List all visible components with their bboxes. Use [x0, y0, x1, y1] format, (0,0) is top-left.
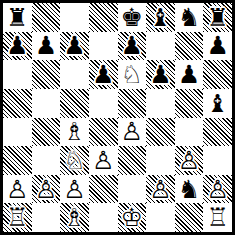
piece-white-rook-h1: ♖	[206, 205, 228, 230]
square-e4[interactable]: ♙	[118, 118, 147, 147]
square-e7[interactable]: ♟	[118, 32, 147, 61]
square-a8[interactable]: ♜	[3, 3, 32, 32]
piece-black-king-e8: ♚	[121, 5, 143, 30]
square-a5[interactable]	[3, 89, 32, 118]
piece-white-pawn-e4: ♙	[121, 119, 143, 144]
piece-black-pawn-e7: ♟	[121, 33, 143, 58]
square-a6[interactable]	[3, 60, 32, 89]
square-b5[interactable]	[32, 89, 61, 118]
square-b7[interactable]: ♟	[32, 32, 61, 61]
piece-white-pawn-d3: ♙	[92, 148, 114, 173]
square-b1[interactable]	[32, 203, 61, 232]
square-b3[interactable]	[32, 146, 61, 175]
square-f7[interactable]	[146, 32, 175, 61]
square-b2[interactable]: ♙	[32, 175, 61, 204]
square-a1[interactable]: ♖	[3, 203, 32, 232]
piece-black-pawn-a7: ♟	[6, 33, 28, 58]
square-c7[interactable]: ♟	[60, 32, 89, 61]
piece-white-rook-a1: ♖	[6, 205, 28, 230]
piece-white-pawn-b2: ♙	[35, 177, 57, 202]
square-f2[interactable]: ♙	[146, 175, 175, 204]
square-e3[interactable]	[118, 146, 147, 175]
square-h5[interactable]: ♝	[203, 89, 232, 118]
piece-black-pawn-d6: ♟	[92, 62, 114, 87]
square-a4[interactable]	[3, 118, 32, 147]
board-grid: ♜♚♝♞♜♟♟♟♟♟♟♘♟♟♝♗♙♘♙♙♙♙♙♙♞♙♖♗♔♖	[3, 3, 232, 232]
piece-black-pawn-b7: ♟	[35, 33, 57, 58]
piece-white-pawn-f2: ♙	[149, 177, 171, 202]
square-g3[interactable]: ♙	[175, 146, 204, 175]
piece-white-pawn-a2: ♙	[6, 177, 28, 202]
square-e2[interactable]	[118, 175, 147, 204]
square-e5[interactable]	[118, 89, 147, 118]
piece-black-pawn-f6: ♟	[149, 62, 171, 87]
square-f5[interactable]	[146, 89, 175, 118]
piece-white-pawn-g3: ♙	[178, 148, 200, 173]
piece-black-rook-h8: ♜	[206, 5, 228, 30]
square-a7[interactable]: ♟	[3, 32, 32, 61]
square-c2[interactable]: ♙	[60, 175, 89, 204]
piece-white-bishop-c4: ♗	[63, 119, 85, 144]
square-d6[interactable]: ♟	[89, 60, 118, 89]
piece-black-bishop-f8: ♝	[149, 5, 171, 30]
square-c1[interactable]: ♗	[60, 203, 89, 232]
square-a2[interactable]: ♙	[3, 175, 32, 204]
piece-white-bishop-c1: ♗	[63, 205, 85, 230]
square-d5[interactable]	[89, 89, 118, 118]
square-h6[interactable]	[203, 60, 232, 89]
piece-black-rook-a8: ♜	[6, 5, 28, 30]
square-d3[interactable]: ♙	[89, 146, 118, 175]
square-c8[interactable]	[60, 3, 89, 32]
square-h8[interactable]: ♜	[203, 3, 232, 32]
square-g4[interactable]	[175, 118, 204, 147]
square-h7[interactable]: ♟	[203, 32, 232, 61]
square-g2[interactable]: ♞	[175, 175, 204, 204]
square-d2[interactable]	[89, 175, 118, 204]
square-c6[interactable]	[60, 60, 89, 89]
piece-black-knight-g2: ♞	[178, 177, 200, 202]
square-b4[interactable]	[32, 118, 61, 147]
piece-black-knight-g8: ♞	[178, 5, 200, 30]
square-g8[interactable]: ♞	[175, 3, 204, 32]
square-f6[interactable]: ♟	[146, 60, 175, 89]
piece-white-knight-c3: ♘	[63, 148, 85, 173]
chess-board: ♜♚♝♞♜♟♟♟♟♟♟♘♟♟♝♗♙♘♙♙♙♙♙♙♞♙♖♗♔♖	[0, 0, 235, 235]
piece-white-knight-e6: ♘	[121, 62, 143, 87]
piece-black-pawn-c7: ♟	[63, 33, 85, 58]
square-f3[interactable]	[146, 146, 175, 175]
square-c3[interactable]: ♘	[60, 146, 89, 175]
square-f4[interactable]	[146, 118, 175, 147]
square-e8[interactable]: ♚	[118, 3, 147, 32]
square-h4[interactable]	[203, 118, 232, 147]
piece-black-bishop-h5: ♝	[206, 91, 228, 116]
square-d7[interactable]	[89, 32, 118, 61]
piece-white-pawn-c2: ♙	[63, 177, 85, 202]
square-f8[interactable]: ♝	[146, 3, 175, 32]
square-f1[interactable]	[146, 203, 175, 232]
piece-white-pawn-h2: ♙	[206, 177, 228, 202]
square-c5[interactable]	[60, 89, 89, 118]
square-g6[interactable]: ♟	[175, 60, 204, 89]
square-d4[interactable]	[89, 118, 118, 147]
square-b6[interactable]	[32, 60, 61, 89]
square-d1[interactable]	[89, 203, 118, 232]
square-b8[interactable]	[32, 3, 61, 32]
square-a3[interactable]	[3, 146, 32, 175]
square-h3[interactable]	[203, 146, 232, 175]
square-g1[interactable]	[175, 203, 204, 232]
square-g7[interactable]	[175, 32, 204, 61]
square-e1[interactable]: ♔	[118, 203, 147, 232]
square-d8[interactable]	[89, 3, 118, 32]
piece-white-king-e1: ♔	[121, 205, 143, 230]
piece-black-pawn-g6: ♟	[178, 62, 200, 87]
square-h2[interactable]: ♙	[203, 175, 232, 204]
square-c4[interactable]: ♗	[60, 118, 89, 147]
piece-black-pawn-h7: ♟	[206, 33, 228, 58]
square-h1[interactable]: ♖	[203, 203, 232, 232]
square-e6[interactable]: ♘	[118, 60, 147, 89]
square-g5[interactable]	[175, 89, 204, 118]
